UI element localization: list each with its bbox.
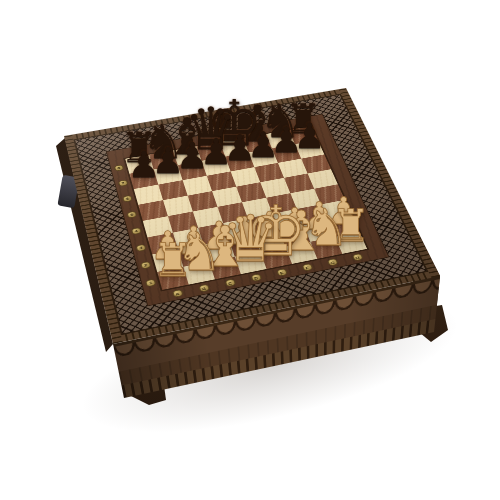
- piece-white-rook-a1: ♜: [152, 238, 193, 284]
- piece-black-pawn-a7: ♟: [127, 147, 160, 183]
- product-photo: ABCDEFGH12345678 ♜♞♝♛♚♝♞♜♟♟♟♟♟♟♟♟♟♟♟♟♟♟♟…: [0, 0, 500, 500]
